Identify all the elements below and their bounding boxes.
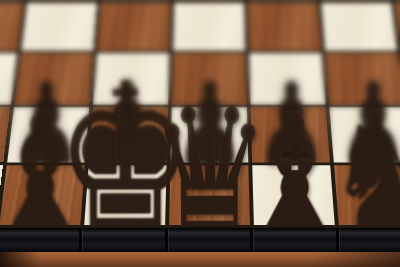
square-b8: ♞ [334, 165, 400, 225]
square-e7: ♟ [89, 107, 168, 162]
bevel-groove-line [79, 228, 82, 252]
square-f8: ♝ [0, 165, 85, 225]
square-b7: ♟ [329, 107, 400, 162]
bevel-groove-line [165, 228, 168, 252]
square-d6 [172, 53, 247, 104]
square-c6 [249, 53, 325, 104]
square-g5 [0, 3, 24, 51]
square-f5 [21, 3, 97, 51]
square-c8: ♝ [252, 165, 335, 225]
chessboard-photo: ♖♘♗♔♕♗♘♖♙♙♙♙♙♙♙♙♟♟♟♟♟♟♟♟♜♞♝♚♛♝♞♜ [0, 0, 400, 267]
square-g6 [0, 53, 17, 104]
square-e6 [93, 53, 169, 104]
piece-black-bishop-c8: ♝ [240, 94, 349, 250]
square-f6 [14, 53, 93, 104]
board-wooden-frame [0, 252, 400, 267]
square-d7: ♟ [170, 107, 248, 162]
square-c7: ♟ [251, 107, 330, 162]
square-g8: ♞ [0, 165, 3, 225]
bevel-groove-line [250, 228, 253, 252]
square-d5 [173, 3, 245, 51]
square-d8: ♛ [169, 165, 250, 225]
square-f7: ♟ [7, 107, 89, 162]
piece-black-king-e8: ♚ [55, 57, 195, 257]
square-c5 [248, 3, 322, 51]
bevel-groove-line [336, 228, 339, 252]
square-e5 [97, 3, 171, 51]
square-b5 [321, 3, 397, 51]
board-bevel-edge [0, 228, 400, 252]
piece-black-bishop-f8: ♝ [0, 94, 94, 250]
chess-board: ♖♘♗♔♕♗♘♖♙♙♙♙♙♙♙♙♟♟♟♟♟♟♟♟♜♞♝♚♛♝♞♜ [0, 0, 400, 228]
square-e8: ♚ [84, 165, 166, 225]
square-b6 [325, 53, 400, 104]
piece-black-knight-b8: ♞ [327, 99, 400, 249]
